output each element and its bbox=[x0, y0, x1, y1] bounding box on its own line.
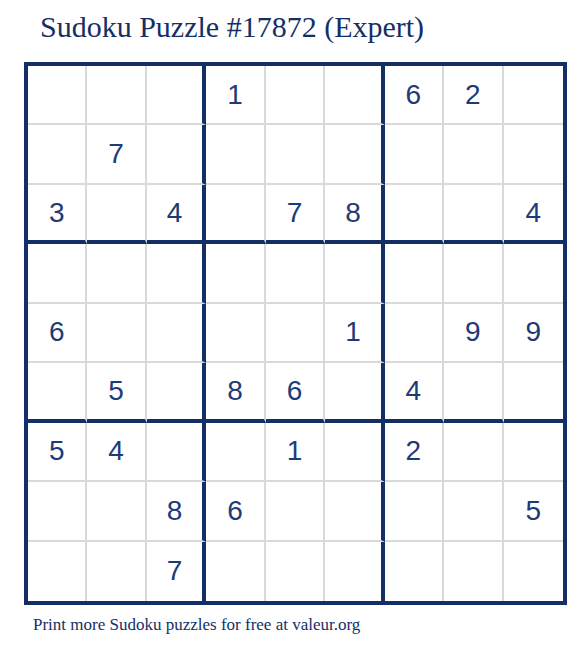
sudoku-cell-r5c9[interactable]: 9 bbox=[504, 304, 563, 363]
given-digit: 1 bbox=[227, 79, 243, 111]
given-digit: 1 bbox=[287, 435, 303, 467]
sudoku-cell-r6c7[interactable]: 4 bbox=[385, 363, 444, 422]
given-digit: 1 bbox=[345, 316, 361, 348]
given-digit: 6 bbox=[49, 316, 65, 348]
sudoku-cell-r4c1[interactable] bbox=[28, 244, 87, 303]
sudoku-cell-r3c9[interactable]: 4 bbox=[504, 185, 563, 244]
sudoku-cell-r1c3[interactable] bbox=[147, 66, 206, 125]
sudoku-cell-r8c4[interactable]: 6 bbox=[206, 482, 265, 541]
sudoku-cell-r3c6[interactable]: 8 bbox=[325, 185, 384, 244]
given-digit: 7 bbox=[167, 555, 183, 587]
given-digit: 4 bbox=[108, 435, 124, 467]
sudoku-cell-r4c5[interactable] bbox=[266, 244, 325, 303]
sudoku-cell-r4c6[interactable] bbox=[325, 244, 384, 303]
given-digit: 4 bbox=[406, 375, 422, 407]
puzzle-title: Sudoku Puzzle #17872 (Expert) bbox=[40, 10, 424, 44]
sudoku-cell-r2c5[interactable] bbox=[266, 125, 325, 184]
sudoku-cell-r2c9[interactable] bbox=[504, 125, 563, 184]
sudoku-cell-r6c8[interactable] bbox=[444, 363, 503, 422]
sudoku-cell-r9c7[interactable] bbox=[385, 542, 444, 601]
sudoku-cell-r8c6[interactable] bbox=[325, 482, 384, 541]
sudoku-cell-r6c2[interactable]: 5 bbox=[87, 363, 146, 422]
sudoku-cell-r6c3[interactable] bbox=[147, 363, 206, 422]
given-digit: 9 bbox=[525, 316, 541, 348]
given-digit: 5 bbox=[525, 495, 541, 527]
sudoku-cell-r3c3[interactable]: 4 bbox=[147, 185, 206, 244]
given-digit: 2 bbox=[406, 435, 422, 467]
sudoku-cell-r2c2[interactable]: 7 bbox=[87, 125, 146, 184]
given-digit: 4 bbox=[167, 197, 183, 229]
sudoku-cell-r4c7[interactable] bbox=[385, 244, 444, 303]
sudoku-cell-r7c5[interactable]: 1 bbox=[266, 423, 325, 482]
sudoku-cell-r6c1[interactable] bbox=[28, 363, 87, 422]
sudoku-cell-r3c1[interactable]: 3 bbox=[28, 185, 87, 244]
sudoku-cell-r2c7[interactable] bbox=[385, 125, 444, 184]
sudoku-cell-r6c6[interactable] bbox=[325, 363, 384, 422]
sudoku-cell-r1c9[interactable] bbox=[504, 66, 563, 125]
sudoku-cell-r1c5[interactable] bbox=[266, 66, 325, 125]
sudoku-cell-r7c6[interactable] bbox=[325, 423, 384, 482]
given-digit: 7 bbox=[108, 138, 124, 170]
sudoku-cell-r9c8[interactable] bbox=[444, 542, 503, 601]
given-digit: 4 bbox=[525, 197, 541, 229]
sudoku-cell-r9c5[interactable] bbox=[266, 542, 325, 601]
sudoku-cell-r1c4[interactable]: 1 bbox=[206, 66, 265, 125]
sudoku-cell-r7c4[interactable] bbox=[206, 423, 265, 482]
given-digit: 8 bbox=[167, 495, 183, 527]
sudoku-cell-r5c1[interactable]: 6 bbox=[28, 304, 87, 363]
given-digit: 8 bbox=[227, 375, 243, 407]
sudoku-cell-r4c8[interactable] bbox=[444, 244, 503, 303]
sudoku-cell-r1c6[interactable] bbox=[325, 66, 384, 125]
sudoku-cell-r2c8[interactable] bbox=[444, 125, 503, 184]
sudoku-cell-r9c9[interactable] bbox=[504, 542, 563, 601]
sudoku-cell-r3c7[interactable] bbox=[385, 185, 444, 244]
sudoku-cell-r8c2[interactable] bbox=[87, 482, 146, 541]
sudoku-cell-r1c1[interactable] bbox=[28, 66, 87, 125]
given-digit: 5 bbox=[49, 435, 65, 467]
given-digit: 9 bbox=[465, 316, 481, 348]
sudoku-cell-r2c4[interactable] bbox=[206, 125, 265, 184]
sudoku-cell-r9c4[interactable] bbox=[206, 542, 265, 601]
sudoku-cell-r5c3[interactable] bbox=[147, 304, 206, 363]
footer-credit: Print more Sudoku puzzles for free at va… bbox=[33, 615, 360, 635]
sudoku-cell-r7c8[interactable] bbox=[444, 423, 503, 482]
sudoku-cell-r1c8[interactable]: 2 bbox=[444, 66, 503, 125]
sudoku-board: 1627347846199586454128657 bbox=[24, 62, 567, 605]
given-digit: 2 bbox=[465, 79, 481, 111]
sudoku-cell-r8c8[interactable] bbox=[444, 482, 503, 541]
sudoku-cell-r5c2[interactable] bbox=[87, 304, 146, 363]
sudoku-cell-r8c3[interactable]: 8 bbox=[147, 482, 206, 541]
sudoku-cell-r2c1[interactable] bbox=[28, 125, 87, 184]
given-digit: 6 bbox=[227, 495, 243, 527]
sudoku-cell-r9c2[interactable] bbox=[87, 542, 146, 601]
sudoku-cell-r2c6[interactable] bbox=[325, 125, 384, 184]
sudoku-cell-r7c2[interactable]: 4 bbox=[87, 423, 146, 482]
sudoku-cell-r7c3[interactable] bbox=[147, 423, 206, 482]
sudoku-cell-r7c9[interactable] bbox=[504, 423, 563, 482]
sudoku-cell-r8c7[interactable] bbox=[385, 482, 444, 541]
sudoku-cell-r9c1[interactable] bbox=[28, 542, 87, 601]
given-digit: 6 bbox=[406, 79, 422, 111]
sudoku-cell-r3c2[interactable] bbox=[87, 185, 146, 244]
sudoku-cell-r6c5[interactable]: 6 bbox=[266, 363, 325, 422]
sudoku-cell-r6c4[interactable]: 8 bbox=[206, 363, 265, 422]
given-digit: 5 bbox=[108, 375, 124, 407]
sudoku-cell-r6c9[interactable] bbox=[504, 363, 563, 422]
sudoku-cell-r2c3[interactable] bbox=[147, 125, 206, 184]
sudoku-cell-r9c3[interactable]: 7 bbox=[147, 542, 206, 601]
sudoku-cell-r8c1[interactable] bbox=[28, 482, 87, 541]
given-digit: 6 bbox=[287, 375, 303, 407]
sudoku-cell-r8c5[interactable] bbox=[266, 482, 325, 541]
sudoku-cell-r5c5[interactable] bbox=[266, 304, 325, 363]
sudoku-cell-r9c6[interactable] bbox=[325, 542, 384, 601]
sudoku-cell-r3c8[interactable] bbox=[444, 185, 503, 244]
sudoku-cell-r7c1[interactable]: 5 bbox=[28, 423, 87, 482]
sudoku-cell-r4c9[interactable] bbox=[504, 244, 563, 303]
sudoku-cell-r5c4[interactable] bbox=[206, 304, 265, 363]
sudoku-cell-r3c5[interactable]: 7 bbox=[266, 185, 325, 244]
sudoku-cell-r1c2[interactable] bbox=[87, 66, 146, 125]
given-digit: 3 bbox=[49, 197, 65, 229]
sudoku-cell-r5c7[interactable] bbox=[385, 304, 444, 363]
sudoku-cell-r5c6[interactable]: 1 bbox=[325, 304, 384, 363]
sudoku-cell-r4c3[interactable] bbox=[147, 244, 206, 303]
sudoku-cell-r3c4[interactable] bbox=[206, 185, 265, 244]
sudoku-cell-r7c7[interactable]: 2 bbox=[385, 423, 444, 482]
sudoku-cell-r1c7[interactable]: 6 bbox=[385, 66, 444, 125]
sudoku-cell-r4c4[interactable] bbox=[206, 244, 265, 303]
sudoku-cell-r8c9[interactable]: 5 bbox=[504, 482, 563, 541]
sudoku-cell-r4c2[interactable] bbox=[87, 244, 146, 303]
sudoku-cell-r5c8[interactable]: 9 bbox=[444, 304, 503, 363]
given-digit: 7 bbox=[287, 197, 303, 229]
given-digit: 8 bbox=[345, 197, 361, 229]
